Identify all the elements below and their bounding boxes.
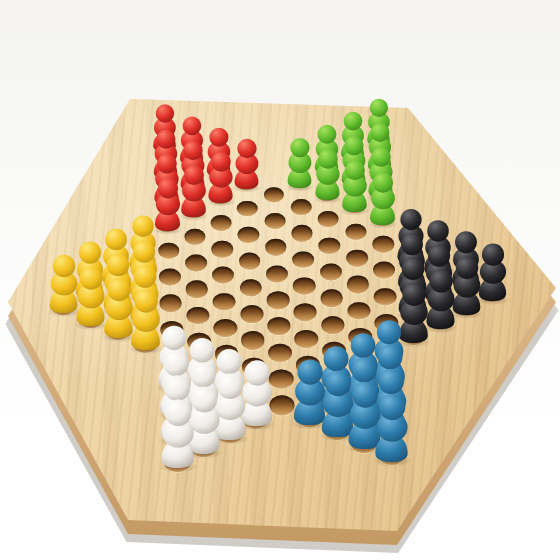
peg-part xyxy=(351,382,377,408)
peg-part xyxy=(164,400,190,426)
peg-black[interactable] xyxy=(479,243,506,300)
peg-part xyxy=(344,136,363,155)
peg-part xyxy=(427,220,449,242)
peg-part xyxy=(216,349,241,374)
peg-black[interactable] xyxy=(400,282,429,342)
peg-green[interactable] xyxy=(288,138,312,188)
peg-part xyxy=(324,371,350,397)
peg-part xyxy=(351,358,376,383)
peg-red[interactable] xyxy=(234,139,258,189)
peg-part xyxy=(133,265,156,288)
peg-yellow[interactable] xyxy=(77,267,105,326)
peg-part xyxy=(134,290,157,313)
peg-part xyxy=(317,125,336,144)
peg-part xyxy=(107,278,130,301)
peg-blue[interactable] xyxy=(376,394,408,462)
peg-yellow[interactable] xyxy=(104,278,132,338)
peg-part xyxy=(237,139,256,158)
peg-part xyxy=(401,233,423,255)
peg-part xyxy=(189,337,214,362)
peg-white[interactable] xyxy=(161,400,193,468)
peg-part xyxy=(429,269,452,292)
peg-part xyxy=(52,255,75,278)
peg-red[interactable] xyxy=(208,152,232,203)
peg-part xyxy=(378,369,404,395)
photo-stage xyxy=(0,0,560,560)
peg-part xyxy=(401,258,424,281)
peg-part xyxy=(183,141,202,160)
peg-part xyxy=(162,350,187,375)
peg-part xyxy=(79,267,102,290)
peg-part xyxy=(379,394,405,420)
peg-part xyxy=(370,98,388,116)
peg-part xyxy=(156,129,175,148)
peg-part xyxy=(377,345,402,370)
peg-part xyxy=(156,154,176,174)
peg-part xyxy=(400,208,421,229)
peg-part xyxy=(190,362,215,387)
peg-part xyxy=(297,359,322,384)
peg-part xyxy=(132,241,154,263)
peg-yellow[interactable] xyxy=(131,290,160,351)
peg-part xyxy=(79,242,101,264)
peg-part xyxy=(318,149,338,169)
peg-part xyxy=(162,326,186,350)
peg-red[interactable] xyxy=(181,165,206,217)
peg-blue[interactable] xyxy=(294,359,325,425)
peg-part xyxy=(290,138,309,157)
peg-green[interactable] xyxy=(315,149,339,200)
peg-part xyxy=(372,172,392,192)
peg-part xyxy=(163,375,189,401)
pegs-layer xyxy=(0,0,560,560)
peg-black[interactable] xyxy=(426,269,454,328)
peg-part xyxy=(209,128,228,147)
peg-green[interactable] xyxy=(342,161,366,213)
peg-part xyxy=(454,232,476,254)
peg-part xyxy=(217,374,243,400)
peg-part xyxy=(323,346,348,371)
peg-part xyxy=(184,165,204,185)
peg-part xyxy=(155,104,173,122)
peg-part xyxy=(157,178,177,198)
peg-part xyxy=(428,245,450,267)
peg-part xyxy=(455,256,478,279)
peg-green[interactable] xyxy=(370,172,395,225)
peg-part xyxy=(376,320,400,344)
peg-part xyxy=(402,282,425,305)
peg-part xyxy=(190,387,216,413)
peg-red[interactable] xyxy=(155,178,180,231)
peg-part xyxy=(343,112,362,131)
peg-part xyxy=(350,333,375,358)
peg-part xyxy=(182,116,201,135)
peg-black[interactable] xyxy=(453,256,481,314)
peg-part xyxy=(482,243,504,265)
peg-yellow[interactable] xyxy=(50,255,78,313)
peg-part xyxy=(106,254,128,276)
peg-part xyxy=(370,123,389,142)
